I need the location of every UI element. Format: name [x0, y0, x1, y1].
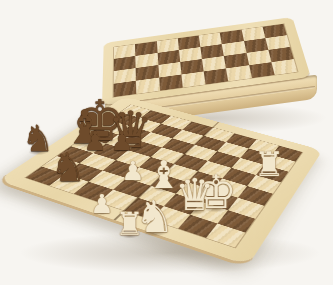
piece-dark-knight[interactable]: ♞ [50, 147, 86, 187]
box-square [226, 65, 251, 81]
piece-dark-pawn[interactable]: ♟ [84, 128, 107, 154]
piece-white-rook[interactable]: ♜ [116, 208, 145, 240]
piece-white-pawn[interactable]: ♟ [121, 158, 144, 184]
box-square [249, 62, 275, 78]
box-square [204, 68, 229, 84]
piece-white-queen[interactable]: ♛ [175, 173, 214, 217]
box-square [136, 78, 159, 94]
piece-dark-knight[interactable]: ♞ [22, 122, 54, 158]
piece-white-pawn[interactable]: ♟ [90, 191, 113, 217]
piece-white-rook[interactable]: ♜ [254, 147, 284, 181]
product-photo-stage: ♞♞♝♚♟♛♟♟♝♛♚♜♟♜♞ [0, 0, 333, 285]
piece-dark-pawn[interactable]: ♟ [110, 128, 133, 154]
box-square [159, 75, 183, 91]
box-square [181, 71, 205, 87]
box-square [271, 59, 297, 75]
